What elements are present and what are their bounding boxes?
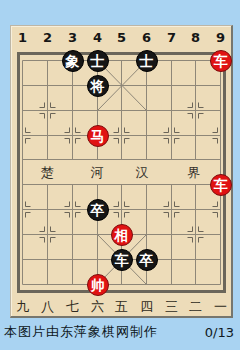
piece-black-advisor-left[interactable]: 士 — [87, 50, 109, 72]
piece-black-king[interactable]: 将 — [87, 75, 109, 97]
board-panel: 1 2 3 4 5 6 7 8 9 楚 河 汉 界 象士士车将马车卒相车卒帅 九… — [10, 25, 233, 318]
file-label-bottom: 三 — [160, 299, 184, 315]
file-label-bottom: 六 — [86, 299, 110, 315]
status-bar: 本图片由东萍象棋网制作 0/13 — [0, 318, 240, 350]
piece-red-horse[interactable]: 马 — [87, 125, 109, 147]
piece-red-chariot-right[interactable]: 车 — [210, 174, 232, 196]
piece-black-advisor-right[interactable]: 士 — [136, 50, 158, 72]
piece-black-pawn-center[interactable]: 卒 — [87, 199, 109, 221]
file-label-bottom: 八 — [36, 299, 60, 315]
file-label-bottom: 一 — [209, 299, 233, 315]
piece-red-king[interactable]: 帅 — [87, 274, 109, 296]
piece-red-elephant[interactable]: 相 — [111, 224, 133, 246]
move-counter: 0/13 — [205, 325, 234, 340]
file-label-bottom: 五 — [110, 299, 134, 315]
file-label-bottom: 七 — [61, 299, 85, 315]
file-label-bottom: 四 — [135, 299, 159, 315]
piece-red-chariot-top[interactable]: 车 — [210, 50, 232, 72]
xiangqi-board-image: 1 2 3 4 5 6 7 8 9 楚 河 汉 界 象士士车将马车卒相车卒帅 九… — [0, 0, 240, 350]
file-label-bottom: 九 — [11, 299, 35, 315]
pieces-layer: 象士士车将马车卒相车卒帅 — [11, 26, 234, 319]
piece-black-pawn-right[interactable]: 卒 — [136, 249, 158, 271]
credit-text: 本图片由东萍象棋网制作 — [4, 323, 158, 341]
piece-black-elephant[interactable]: 象 — [62, 50, 84, 72]
piece-black-chariot[interactable]: 车 — [111, 249, 133, 271]
file-label-bottom: 二 — [184, 299, 208, 315]
